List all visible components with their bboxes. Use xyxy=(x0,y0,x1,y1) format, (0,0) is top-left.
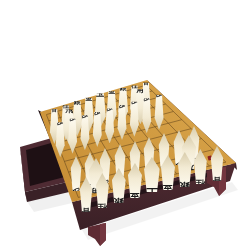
product-photo: 香桂銀金玉金銀桂香飛角歩歩歩歩歩歩歩歩歩歩歩歩歩歩歩歩歩歩角飛香桂銀金王金銀桂香 xyxy=(0,0,250,250)
leg-front-left-face xyxy=(100,223,106,246)
shogi-table xyxy=(0,0,250,250)
